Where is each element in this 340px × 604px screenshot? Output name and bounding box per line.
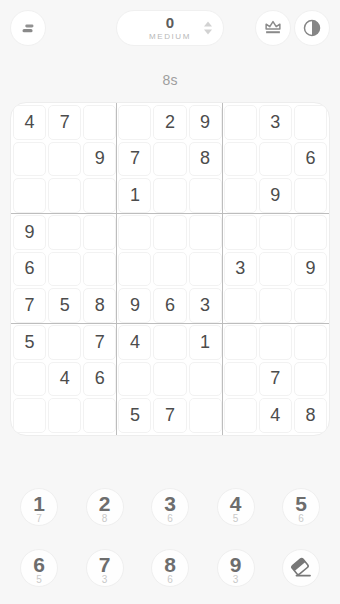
sudoku-cell-r5c3[interactable] <box>83 252 116 287</box>
digit-button-8[interactable]: 86 <box>151 549 189 587</box>
eraser-button[interactable] <box>282 549 320 587</box>
remaining-count: 7 <box>21 513 57 524</box>
sudoku-cell-r1c8[interactable]: 3 <box>259 105 292 140</box>
digit-button-9[interactable]: 93 <box>217 549 255 587</box>
number-pad-row-1: 1728364556 <box>20 488 320 526</box>
sudoku-cell-r3c6[interactable] <box>189 178 222 213</box>
sudoku-cell-r1c2[interactable]: 7 <box>48 105 81 140</box>
sudoku-cell-r1c9[interactable] <box>294 105 327 140</box>
sudoku-cell-r7c1[interactable]: 5 <box>13 325 46 360</box>
timer: 8s <box>0 72 340 88</box>
sudoku-cell-r2c3[interactable]: 9 <box>83 142 116 177</box>
box-separator-vertical-2 <box>222 103 223 435</box>
difficulty-stepper[interactable] <box>204 22 212 35</box>
box-separator-horizontal-1 <box>11 213 329 214</box>
sudoku-cell-r5c9[interactable]: 9 <box>294 252 327 287</box>
sudoku-cell-r3c2[interactable] <box>48 178 81 213</box>
sudoku-cell-r9c4[interactable]: 5 <box>118 398 151 433</box>
sudoku-cell-r9c3[interactable] <box>83 398 116 433</box>
sudoku-cell-r3c9[interactable] <box>294 178 327 213</box>
sudoku-cell-r6c7[interactable] <box>224 288 257 323</box>
sudoku-cell-r8c9[interactable] <box>294 362 327 397</box>
sudoku-cell-r2c7[interactable] <box>224 142 257 177</box>
sudoku-cell-r1c4[interactable] <box>118 105 151 140</box>
remaining-count: 8 <box>87 513 123 524</box>
crown-icon <box>262 17 284 39</box>
sudoku-cell-r3c1[interactable] <box>13 178 46 213</box>
difficulty-selector[interactable]: 0 MEDIUM <box>116 10 224 46</box>
sudoku-cell-r4c8[interactable] <box>259 215 292 250</box>
sudoku-cell-r2c4[interactable]: 7 <box>118 142 151 177</box>
sudoku-cell-r2c2[interactable] <box>48 142 81 177</box>
box-separator-horizontal-2 <box>11 323 329 324</box>
digit-button-6[interactable]: 65 <box>20 549 58 587</box>
theme-toggle-button[interactable] <box>294 10 330 46</box>
sudoku-cell-r9c1[interactable] <box>13 398 46 433</box>
remaining-count: 5 <box>218 513 254 524</box>
sudoku-app: 0 MEDIUM 8s 472939786199 <box>0 0 340 604</box>
sudoku-cell-r7c9[interactable] <box>294 325 327 360</box>
sudoku-grid: 47293978619963975896357414675748 <box>12 104 328 434</box>
sudoku-cell-r8c1[interactable] <box>13 362 46 397</box>
sudoku-cell-r2c5[interactable] <box>153 142 186 177</box>
sudoku-cell-r8c3[interactable]: 6 <box>83 362 116 397</box>
sudoku-cell-r6c2[interactable]: 5 <box>48 288 81 323</box>
sudoku-board: 47293978619963975896357414675748 <box>10 102 330 436</box>
sudoku-cell-r5c6[interactable] <box>189 252 222 287</box>
sudoku-cell-r7c6[interactable]: 1 <box>189 325 222 360</box>
menu-button[interactable] <box>10 10 46 46</box>
sudoku-cell-r8c8[interactable]: 7 <box>259 362 292 397</box>
chevron-up-icon[interactable] <box>204 22 212 27</box>
sudoku-cell-r7c8[interactable] <box>259 325 292 360</box>
remaining-count: 5 <box>21 574 57 585</box>
sudoku-cell-r4c1[interactable]: 9 <box>13 215 46 250</box>
sudoku-cell-r9c7[interactable] <box>224 398 257 433</box>
sudoku-cell-r1c3[interactable] <box>83 105 116 140</box>
sudoku-cell-r4c9[interactable] <box>294 215 327 250</box>
sudoku-cell-r1c6[interactable]: 9 <box>189 105 222 140</box>
sudoku-cell-r8c4[interactable] <box>118 362 151 397</box>
remaining-count: 6 <box>152 513 188 524</box>
eraser-icon <box>289 556 313 580</box>
sudoku-cell-r7c4[interactable]: 4 <box>118 325 151 360</box>
sudoku-cell-r8c7[interactable] <box>224 362 257 397</box>
sudoku-cell-r9c6[interactable] <box>189 398 222 433</box>
sudoku-cell-r2c8[interactable] <box>259 142 292 177</box>
sudoku-cell-r4c2[interactable] <box>48 215 81 250</box>
sudoku-cell-r3c3[interactable] <box>83 178 116 213</box>
sudoku-cell-r3c5[interactable] <box>153 178 186 213</box>
premium-button[interactable] <box>255 10 291 46</box>
sudoku-cell-r5c4[interactable] <box>118 252 151 287</box>
sudoku-cell-r6c8[interactable] <box>259 288 292 323</box>
sudoku-cell-r4c4[interactable] <box>118 215 151 250</box>
sudoku-cell-r9c2[interactable] <box>48 398 81 433</box>
sudoku-cell-r6c1[interactable]: 7 <box>13 288 46 323</box>
sudoku-cell-r5c8[interactable] <box>259 252 292 287</box>
number-pad-row-2: 65738693 <box>20 549 320 587</box>
sudoku-cell-r1c5[interactable]: 2 <box>153 105 186 140</box>
remaining-count: 3 <box>87 574 123 585</box>
sudoku-cell-r4c6[interactable] <box>189 215 222 250</box>
sudoku-cell-r1c1[interactable]: 4 <box>13 105 46 140</box>
sudoku-cell-r8c6[interactable] <box>189 362 222 397</box>
sudoku-cell-r6c4[interactable]: 9 <box>118 288 151 323</box>
difficulty-label: MEDIUM <box>149 32 191 41</box>
sudoku-cell-r4c5[interactable] <box>153 215 186 250</box>
box-separator-vertical-1 <box>116 103 117 435</box>
digit-button-2[interactable]: 28 <box>86 488 124 526</box>
top-bar-actions <box>255 10 330 46</box>
sudoku-cell-r3c4[interactable]: 1 <box>118 178 151 213</box>
sudoku-cell-r2c6[interactable]: 8 <box>189 142 222 177</box>
digit-button-7[interactable]: 73 <box>86 549 124 587</box>
sudoku-cell-r4c7[interactable] <box>224 215 257 250</box>
remaining-count: 3 <box>218 574 254 585</box>
sudoku-cell-r9c5[interactable]: 7 <box>153 398 186 433</box>
sudoku-cell-r2c9[interactable]: 6 <box>294 142 327 177</box>
sudoku-cell-r3c8[interactable]: 9 <box>259 178 292 213</box>
digit-button-4[interactable]: 45 <box>217 488 255 526</box>
remaining-count: 6 <box>283 513 319 524</box>
digit-button-5[interactable]: 56 <box>282 488 320 526</box>
sudoku-cell-r7c2[interactable] <box>48 325 81 360</box>
score-value: 0 <box>166 16 174 30</box>
top-bar: 0 MEDIUM <box>0 10 340 46</box>
digit-button-3[interactable]: 36 <box>151 488 189 526</box>
sudoku-cell-r6c6[interactable]: 3 <box>189 288 222 323</box>
sudoku-cell-r5c5[interactable] <box>153 252 186 287</box>
sudoku-cell-r5c2[interactable] <box>48 252 81 287</box>
number-pad: 1728364556 65738693 <box>20 488 320 587</box>
sudoku-cell-r5c7[interactable]: 3 <box>224 252 257 287</box>
chevron-down-icon[interactable] <box>204 30 212 35</box>
tune-icon <box>17 17 39 39</box>
sudoku-cell-r3c7[interactable] <box>224 178 257 213</box>
sudoku-cell-r7c3[interactable]: 7 <box>83 325 116 360</box>
contrast-icon <box>301 17 323 39</box>
sudoku-cell-r8c2[interactable]: 4 <box>48 362 81 397</box>
sudoku-cell-r6c3[interactable]: 8 <box>83 288 116 323</box>
sudoku-cell-r1c7[interactable] <box>224 105 257 140</box>
sudoku-cell-r6c5[interactable]: 6 <box>153 288 186 323</box>
sudoku-cell-r2c1[interactable] <box>13 142 46 177</box>
sudoku-cell-r7c5[interactable] <box>153 325 186 360</box>
digit-button-1[interactable]: 17 <box>20 488 58 526</box>
remaining-count: 6 <box>152 574 188 585</box>
sudoku-cell-r7c7[interactable] <box>224 325 257 360</box>
sudoku-cell-r4c3[interactable] <box>83 215 116 250</box>
sudoku-cell-r8c5[interactable] <box>153 362 186 397</box>
sudoku-cell-r9c9[interactable]: 8 <box>294 398 327 433</box>
sudoku-cell-r5c1[interactable]: 6 <box>13 252 46 287</box>
sudoku-cell-r6c9[interactable] <box>294 288 327 323</box>
sudoku-cell-r9c8[interactable]: 4 <box>259 398 292 433</box>
